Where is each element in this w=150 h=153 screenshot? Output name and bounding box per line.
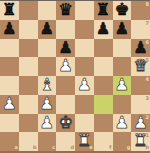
square-a1[interactable]: a (0, 132, 19, 151)
square-b3[interactable] (19, 95, 38, 114)
square-e8[interactable] (75, 1, 94, 20)
rank-label-7: 7 (146, 21, 149, 26)
square-e7[interactable] (75, 20, 94, 39)
square-a7[interactable]: ♟ (0, 20, 19, 39)
black-pawn-f7[interactable]: ♟ (96, 20, 111, 37)
square-g4[interactable]: ♟ (113, 76, 132, 95)
white-rook-e1[interactable]: ♜ (77, 133, 92, 150)
square-g2[interactable]: ♟ (113, 114, 132, 133)
square-d8[interactable]: ♛ (56, 1, 75, 20)
square-h3[interactable]: 3 (131, 95, 150, 114)
square-e1[interactable]: ♜e (75, 132, 94, 151)
black-rook-f8[interactable]: ♜ (96, 2, 111, 19)
rank-label-8: 8 (146, 2, 149, 7)
black-queen-d8[interactable]: ♛ (58, 2, 73, 19)
square-e6[interactable] (75, 39, 94, 58)
white-pawn-c3[interactable]: ♟ (39, 95, 54, 112)
square-c8[interactable] (38, 1, 57, 20)
file-label-b: b (33, 145, 37, 150)
square-a3[interactable]: ♟ (0, 95, 19, 114)
square-h5[interactable]: ♛5 (131, 57, 150, 76)
square-b7[interactable] (19, 20, 38, 39)
square-e4[interactable]: ♟ (75, 76, 94, 95)
file-label-g: g (127, 145, 131, 150)
square-f7[interactable]: ♟ (94, 20, 113, 39)
square-g7[interactable]: ♟ (113, 20, 132, 39)
rank-label-4: 4 (146, 77, 149, 82)
white-pawn-g4[interactable]: ♟ (114, 77, 129, 94)
square-d7[interactable] (56, 20, 75, 39)
black-rook-a8[interactable]: ♜ (2, 2, 17, 19)
black-pawn-c7[interactable]: ♟ (39, 20, 54, 37)
square-c3[interactable]: ♟ (38, 95, 57, 114)
white-queen-h5[interactable]: ♛ (133, 58, 148, 75)
black-pawn-a7[interactable]: ♟ (2, 20, 17, 37)
square-h6[interactable]: ♟6 (131, 39, 150, 58)
white-pawn-e4[interactable]: ♟ (77, 77, 92, 94)
file-label-f: f (109, 145, 111, 150)
file-label-a: a (14, 145, 17, 150)
square-a6[interactable] (0, 39, 19, 58)
file-label-d: d (70, 145, 74, 150)
square-f1[interactable]: f (94, 132, 113, 151)
square-b6[interactable] (19, 39, 38, 58)
square-h8[interactable]: 8 (131, 1, 150, 20)
white-bishop-c4[interactable]: ♝ (39, 77, 54, 94)
square-f4[interactable] (94, 76, 113, 95)
square-g3[interactable] (113, 95, 132, 114)
square-h1[interactable]: ♜1h (131, 132, 150, 151)
square-e2[interactable] (75, 114, 94, 133)
square-f3[interactable] (94, 95, 113, 114)
square-f6[interactable] (94, 39, 113, 58)
chess-board: ♜♛♜♚8♟♟♟♟7♟♟6♟♛5♝♟♟4♟♟3♟♚♟♟2abcd♜efg♜1h (0, 1, 150, 151)
square-c1[interactable]: c (38, 132, 57, 151)
square-a4[interactable] (0, 76, 19, 95)
board-bottom-shadow (0, 151, 150, 153)
square-g8[interactable]: ♚ (113, 1, 132, 20)
square-d4[interactable] (56, 76, 75, 95)
black-pawn-d6[interactable]: ♟ (58, 39, 73, 56)
white-rook-h1[interactable]: ♜ (133, 133, 148, 150)
square-d5[interactable]: ♟ (56, 57, 75, 76)
square-c2[interactable]: ♟ (38, 114, 57, 133)
square-b5[interactable] (19, 57, 38, 76)
square-a8[interactable]: ♜ (0, 1, 19, 20)
rank-label-3: 3 (146, 96, 149, 101)
square-f8[interactable]: ♜ (94, 1, 113, 20)
black-pawn-g7[interactable]: ♟ (114, 20, 129, 37)
square-g1[interactable]: g (113, 132, 132, 151)
square-e5[interactable] (75, 57, 94, 76)
square-b4[interactable] (19, 76, 38, 95)
square-b8[interactable] (19, 1, 38, 20)
white-pawn-h2[interactable]: ♟ (133, 114, 148, 131)
square-f5[interactable] (94, 57, 113, 76)
white-king-d2[interactable]: ♚ (58, 114, 73, 131)
square-d2[interactable]: ♚ (56, 114, 75, 133)
white-pawn-c2[interactable]: ♟ (39, 114, 54, 131)
square-h2[interactable]: ♟2 (131, 114, 150, 133)
square-h4[interactable]: 4 (131, 76, 150, 95)
square-f2[interactable] (94, 114, 113, 133)
square-b2[interactable] (19, 114, 38, 133)
square-a5[interactable] (0, 57, 19, 76)
square-d6[interactable]: ♟ (56, 39, 75, 58)
black-pawn-h6[interactable]: ♟ (133, 39, 148, 56)
file-label-c: c (52, 145, 55, 150)
square-g6[interactable] (113, 39, 132, 58)
square-a2[interactable] (0, 114, 19, 133)
square-d1[interactable]: d (56, 132, 75, 151)
square-c4[interactable]: ♝ (38, 76, 57, 95)
square-h7[interactable]: 7 (131, 20, 150, 39)
white-pawn-d5[interactable]: ♟ (58, 58, 73, 75)
square-c6[interactable] (38, 39, 57, 58)
square-d3[interactable] (56, 95, 75, 114)
square-b1[interactable]: b (19, 132, 38, 151)
white-pawn-g2[interactable]: ♟ (114, 114, 129, 131)
square-c5[interactable] (38, 57, 57, 76)
black-king-g8[interactable]: ♚ (114, 2, 129, 19)
square-e3[interactable] (75, 95, 94, 114)
white-pawn-a3[interactable]: ♟ (2, 95, 17, 112)
square-g5[interactable] (113, 57, 132, 76)
square-c7[interactable]: ♟ (38, 20, 57, 39)
